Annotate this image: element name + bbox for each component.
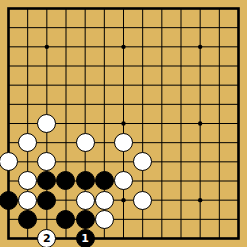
board-point-9-3[interactable] [171, 56, 190, 75]
board-point-11-3[interactable] [210, 56, 229, 75]
black-stone[interactable] [95, 171, 114, 190]
board-point-8-0[interactable] [152, 0, 171, 18]
go-board: 21 [0, 0, 247, 247]
black-stone[interactable] [18, 210, 37, 229]
board-point-7-2[interactable] [133, 37, 152, 56]
board-point-3-0[interactable] [56, 0, 75, 18]
board-point-11-10[interactable] [210, 190, 229, 209]
board-point-10-1[interactable] [190, 18, 209, 37]
board-point-6-2[interactable] [114, 37, 133, 56]
board-point-5-6[interactable] [95, 114, 114, 133]
board-point-12-6[interactable] [229, 114, 247, 133]
board-point-0-10[interactable] [0, 190, 18, 209]
board-point-1-7[interactable] [18, 133, 37, 152]
board-point-2-3[interactable] [37, 56, 56, 75]
board-point-2-5[interactable] [37, 95, 56, 114]
board-point-3-12[interactable] [56, 229, 75, 247]
board-point-4-12[interactable]: 1 [76, 229, 95, 247]
board-point-12-8[interactable] [229, 152, 247, 171]
board-point-0-7[interactable] [0, 133, 18, 152]
board-point-4-10[interactable] [76, 190, 95, 209]
board-point-5-0[interactable] [95, 0, 114, 18]
board-point-2-10[interactable] [37, 190, 56, 209]
board-point-1-3[interactable] [18, 56, 37, 75]
board-point-1-11[interactable] [18, 210, 37, 229]
board-point-9-10[interactable] [171, 190, 190, 209]
board-point-10-4[interactable] [190, 76, 209, 95]
board-point-12-12[interactable] [229, 229, 247, 247]
board-point-10-12[interactable] [190, 229, 209, 247]
board-point-4-2[interactable] [76, 37, 95, 56]
board-point-7-10[interactable] [133, 190, 152, 209]
board-point-4-11[interactable] [76, 210, 95, 229]
board-point-10-8[interactable] [190, 152, 209, 171]
board-point-0-2[interactable] [0, 37, 18, 56]
board-point-5-9[interactable] [95, 171, 114, 190]
board-point-9-6[interactable] [171, 114, 190, 133]
board-point-1-4[interactable] [18, 76, 37, 95]
board-point-0-0[interactable] [0, 0, 18, 18]
board-point-6-8[interactable] [114, 152, 133, 171]
board-point-11-11[interactable] [210, 210, 229, 229]
board-point-2-2[interactable] [37, 37, 56, 56]
board-point-0-11[interactable] [0, 210, 18, 229]
board-point-4-7[interactable] [76, 133, 95, 152]
board-point-11-0[interactable] [210, 0, 229, 18]
board-point-12-4[interactable] [229, 76, 247, 95]
white-stone[interactable] [133, 191, 152, 210]
board-point-11-7[interactable] [210, 133, 229, 152]
board-point-0-8[interactable] [0, 152, 18, 171]
board-point-1-10[interactable] [18, 190, 37, 209]
board-point-3-2[interactable] [56, 37, 75, 56]
board-point-12-7[interactable] [229, 133, 247, 152]
black-stone[interactable] [37, 171, 56, 190]
board-point-5-5[interactable] [95, 95, 114, 114]
board-point-12-2[interactable] [229, 37, 247, 56]
board-point-4-5[interactable] [76, 95, 95, 114]
board-point-5-3[interactable] [95, 56, 114, 75]
board-point-12-3[interactable] [229, 56, 247, 75]
board-point-11-8[interactable] [210, 152, 229, 171]
board-point-4-8[interactable] [76, 152, 95, 171]
board-point-2-4[interactable] [37, 76, 56, 95]
board-point-8-6[interactable] [152, 114, 171, 133]
board-point-12-10[interactable] [229, 190, 247, 209]
board-point-6-6[interactable] [114, 114, 133, 133]
board-point-7-7[interactable] [133, 133, 152, 152]
white-stone[interactable] [95, 191, 114, 210]
board-point-6-12[interactable] [114, 229, 133, 247]
board-point-4-1[interactable] [76, 18, 95, 37]
board-point-2-11[interactable] [37, 210, 56, 229]
board-point-8-11[interactable] [152, 210, 171, 229]
board-point-2-1[interactable] [37, 18, 56, 37]
white-stone[interactable] [76, 133, 95, 152]
board-point-11-2[interactable] [210, 37, 229, 56]
board-point-3-9[interactable] [56, 171, 75, 190]
board-point-3-5[interactable] [56, 95, 75, 114]
board-point-6-9[interactable] [114, 171, 133, 190]
board-point-7-11[interactable] [133, 210, 152, 229]
board-point-9-4[interactable] [171, 76, 190, 95]
board-point-2-6[interactable] [37, 114, 56, 133]
board-point-9-11[interactable] [171, 210, 190, 229]
board-point-1-2[interactable] [18, 37, 37, 56]
board-point-5-1[interactable] [95, 18, 114, 37]
board-point-0-12[interactable] [0, 229, 18, 247]
board-point-4-3[interactable] [76, 56, 95, 75]
board-point-11-1[interactable] [210, 18, 229, 37]
board-point-7-9[interactable] [133, 171, 152, 190]
board-point-6-1[interactable] [114, 18, 133, 37]
board-point-10-0[interactable] [190, 0, 209, 18]
board-point-8-12[interactable] [152, 229, 171, 247]
board-point-4-4[interactable] [76, 76, 95, 95]
board-point-9-7[interactable] [171, 133, 190, 152]
board-point-3-1[interactable] [56, 18, 75, 37]
board-point-8-7[interactable] [152, 133, 171, 152]
board-point-12-9[interactable] [229, 171, 247, 190]
board-point-10-5[interactable] [190, 95, 209, 114]
board-point-3-3[interactable] [56, 56, 75, 75]
white-stone[interactable] [95, 210, 114, 229]
board-point-9-0[interactable] [171, 0, 190, 18]
white-stone[interactable] [18, 191, 37, 210]
board-point-1-0[interactable] [18, 0, 37, 18]
board-point-9-1[interactable] [171, 18, 190, 37]
board-point-2-0[interactable] [37, 0, 56, 18]
stones-layer: 21 [0, 0, 247, 247]
black-stone[interactable] [0, 191, 18, 210]
board-point-12-5[interactable] [229, 95, 247, 114]
board-point-2-8[interactable] [37, 152, 56, 171]
board-point-4-9[interactable] [76, 171, 95, 190]
board-point-6-4[interactable] [114, 76, 133, 95]
board-point-5-2[interactable] [95, 37, 114, 56]
board-point-7-3[interactable] [133, 56, 152, 75]
board-point-4-6[interactable] [76, 114, 95, 133]
board-point-2-12[interactable]: 2 [37, 229, 56, 247]
board-point-3-10[interactable] [56, 190, 75, 209]
black-stone[interactable] [56, 210, 75, 229]
board-point-10-9[interactable] [190, 171, 209, 190]
board-point-8-8[interactable] [152, 152, 171, 171]
board-point-7-1[interactable] [133, 18, 152, 37]
white-stone[interactable] [76, 191, 95, 210]
board-point-4-0[interactable] [76, 0, 95, 18]
board-point-3-6[interactable] [56, 114, 75, 133]
board-point-6-0[interactable] [114, 0, 133, 18]
black-stone[interactable] [76, 210, 95, 229]
board-point-5-11[interactable] [95, 210, 114, 229]
black-stone[interactable] [37, 191, 56, 210]
white-stone[interactable] [133, 152, 152, 171]
board-point-2-9[interactable] [37, 171, 56, 190]
board-point-7-8[interactable] [133, 152, 152, 171]
black-stone-move-1[interactable]: 1 [76, 229, 95, 247]
board-point-10-10[interactable] [190, 190, 209, 209]
board-point-9-2[interactable] [171, 37, 190, 56]
board-point-9-8[interactable] [171, 152, 190, 171]
board-point-6-10[interactable] [114, 190, 133, 209]
white-stone[interactable] [37, 114, 56, 133]
board-point-3-7[interactable] [56, 133, 75, 152]
board-point-11-6[interactable] [210, 114, 229, 133]
board-point-0-4[interactable] [0, 76, 18, 95]
board-point-9-12[interactable] [171, 229, 190, 247]
board-point-10-11[interactable] [190, 210, 209, 229]
board-point-6-5[interactable] [114, 95, 133, 114]
board-point-12-0[interactable] [229, 0, 247, 18]
board-point-7-0[interactable] [133, 0, 152, 18]
board-point-8-2[interactable] [152, 37, 171, 56]
board-point-3-4[interactable] [56, 76, 75, 95]
board-point-1-8[interactable] [18, 152, 37, 171]
white-stone[interactable] [18, 171, 37, 190]
board-point-11-4[interactable] [210, 76, 229, 95]
board-point-2-7[interactable] [37, 133, 56, 152]
board-point-0-1[interactable] [0, 18, 18, 37]
board-point-10-6[interactable] [190, 114, 209, 133]
board-point-8-1[interactable] [152, 18, 171, 37]
white-stone[interactable] [114, 133, 133, 152]
board-point-7-5[interactable] [133, 95, 152, 114]
board-point-5-12[interactable] [95, 229, 114, 247]
white-stone[interactable] [37, 152, 56, 171]
board-point-5-8[interactable] [95, 152, 114, 171]
board-point-6-3[interactable] [114, 56, 133, 75]
board-point-10-3[interactable] [190, 56, 209, 75]
board-point-1-6[interactable] [18, 114, 37, 133]
board-point-0-3[interactable] [0, 56, 18, 75]
board-point-1-9[interactable] [18, 171, 37, 190]
board-point-3-11[interactable] [56, 210, 75, 229]
black-stone[interactable] [76, 171, 95, 190]
board-point-5-4[interactable] [95, 76, 114, 95]
board-point-12-11[interactable] [229, 210, 247, 229]
board-point-7-12[interactable] [133, 229, 152, 247]
board-point-0-9[interactable] [0, 171, 18, 190]
white-stone[interactable] [0, 152, 18, 171]
board-point-5-7[interactable] [95, 133, 114, 152]
board-point-11-5[interactable] [210, 95, 229, 114]
board-point-8-9[interactable] [152, 171, 171, 190]
board-point-8-3[interactable] [152, 56, 171, 75]
board-point-11-9[interactable] [210, 171, 229, 190]
board-point-8-4[interactable] [152, 76, 171, 95]
board-point-1-1[interactable] [18, 18, 37, 37]
board-point-1-12[interactable] [18, 229, 37, 247]
board-point-10-7[interactable] [190, 133, 209, 152]
board-point-0-6[interactable] [0, 114, 18, 133]
board-point-8-10[interactable] [152, 190, 171, 209]
board-point-6-11[interactable] [114, 210, 133, 229]
board-point-9-9[interactable] [171, 171, 190, 190]
black-stone[interactable] [56, 171, 75, 190]
white-stone-move-2[interactable]: 2 [37, 229, 56, 247]
board-point-11-12[interactable] [210, 229, 229, 247]
board-point-0-5[interactable] [0, 95, 18, 114]
white-stone[interactable] [18, 133, 37, 152]
board-point-12-1[interactable] [229, 18, 247, 37]
board-point-1-5[interactable] [18, 95, 37, 114]
board-point-7-4[interactable] [133, 76, 152, 95]
board-point-3-8[interactable] [56, 152, 75, 171]
board-point-6-7[interactable] [114, 133, 133, 152]
board-point-5-10[interactable] [95, 190, 114, 209]
board-point-10-2[interactable] [190, 37, 209, 56]
board-point-9-5[interactable] [171, 95, 190, 114]
board-point-8-5[interactable] [152, 95, 171, 114]
board-point-7-6[interactable] [133, 114, 152, 133]
white-stone[interactable] [114, 171, 133, 190]
